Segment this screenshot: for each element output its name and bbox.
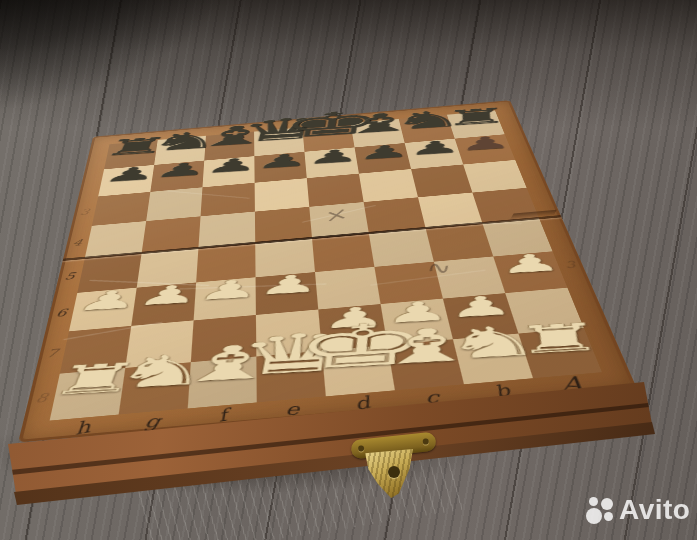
square-d8 [322, 345, 395, 396]
piece-glyph: ♟ [407, 137, 460, 158]
file-label-e: e [284, 399, 300, 418]
square-e8 [256, 351, 326, 403]
square-g8 [119, 362, 191, 414]
avito-watermark: Avito [586, 494, 690, 526]
file-label-c: c [424, 387, 438, 406]
square-c6 [374, 262, 442, 304]
square-b8 [453, 334, 533, 385]
file-label-b: b [490, 380, 513, 401]
square-g6 [131, 282, 196, 325]
square-h6 [69, 288, 137, 332]
square-a7 [505, 288, 584, 334]
square-b7 [443, 293, 519, 339]
file-label-g: g [142, 411, 162, 431]
right-border-mark: 3 [564, 259, 577, 270]
square-c7 [381, 299, 453, 345]
clasp-hole [388, 466, 400, 478]
square-h7 [60, 326, 132, 374]
rank-label-4: 4 [71, 237, 83, 248]
square-g4 [142, 216, 201, 253]
watermark-text: Avito [619, 494, 690, 526]
piece-glyph: ♟ [458, 133, 512, 153]
square-f7 [191, 315, 257, 362]
square-g7 [125, 320, 193, 368]
square-f6 [194, 277, 256, 320]
square-c5 [369, 228, 434, 267]
file-label-d: d [352, 392, 372, 413]
square-f4 [198, 212, 255, 248]
rank-label-7: 7 [45, 346, 60, 360]
square-a6 [493, 251, 567, 293]
square-e6 [256, 272, 319, 315]
square-h8 [50, 368, 126, 421]
file-label-f: f [216, 405, 227, 425]
square-c4 [364, 197, 426, 233]
rank-label-5: 5 [63, 270, 76, 282]
file-label-h: h [75, 417, 90, 439]
rank-label-6: 6 [54, 306, 68, 319]
square-d6 [315, 267, 381, 310]
square-e4 [255, 207, 312, 243]
square-a8 [518, 328, 602, 379]
square-f8 [188, 356, 257, 408]
square-c8 [387, 339, 464, 390]
square-b5 [426, 223, 494, 262]
file-label-a: A [558, 373, 585, 397]
square-b6 [434, 256, 505, 298]
avito-logo-icon [586, 495, 614, 525]
rank-label-8: 8 [34, 390, 50, 405]
square-d5 [312, 233, 374, 272]
rank-label-3: 3 [79, 207, 91, 217]
square-a4 [472, 188, 539, 223]
